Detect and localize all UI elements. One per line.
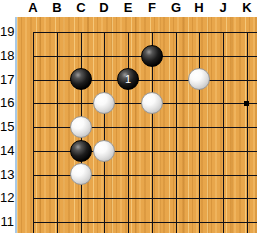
intersection-H15[interactable] <box>187 115 211 139</box>
intersection-F16[interactable] <box>140 91 164 115</box>
intersection-K14[interactable] <box>235 139 257 163</box>
intersection-J19[interactable] <box>211 20 235 44</box>
intersection-K16[interactable] <box>235 91 257 115</box>
intersection-H11[interactable] <box>187 210 211 233</box>
white-stone-H17 <box>188 68 210 90</box>
intersection-A17[interactable] <box>21 68 45 92</box>
intersection-F13[interactable] <box>140 163 164 187</box>
intersection-J17[interactable] <box>211 68 235 92</box>
intersection-G19[interactable] <box>164 20 188 44</box>
intersection-F11[interactable] <box>140 210 164 233</box>
intersection-B18[interactable] <box>45 44 69 68</box>
intersection-C15[interactable] <box>69 115 93 139</box>
intersection-F19[interactable] <box>140 20 164 44</box>
col-label-A: A <box>28 1 37 15</box>
black-stone-F18 <box>141 45 163 67</box>
intersection-H13[interactable] <box>187 163 211 187</box>
intersection-E11[interactable] <box>116 210 140 233</box>
row-label-13: 13 <box>0 168 14 182</box>
intersection-G18[interactable] <box>164 44 188 68</box>
black-stone-C14 <box>70 140 92 162</box>
intersection-A18[interactable] <box>21 44 45 68</box>
white-stone-C15 <box>70 116 92 138</box>
intersection-C13[interactable] <box>69 163 93 187</box>
intersection-B12[interactable] <box>45 186 69 210</box>
intersection-K15[interactable] <box>235 115 257 139</box>
intersection-A19[interactable] <box>21 20 45 44</box>
intersection-F18[interactable] <box>140 44 164 68</box>
col-label-D: D <box>99 1 108 15</box>
intersection-B15[interactable] <box>45 115 69 139</box>
intersection-B14[interactable] <box>45 139 69 163</box>
white-stone-F16 <box>141 92 163 114</box>
intersection-A12[interactable] <box>21 186 45 210</box>
white-stone-D14 <box>93 140 115 162</box>
intersection-H14[interactable] <box>187 139 211 163</box>
intersection-D17[interactable] <box>92 68 116 92</box>
intersection-A14[interactable] <box>21 139 45 163</box>
intersection-E15[interactable] <box>116 115 140 139</box>
row-label-14: 14 <box>0 144 14 158</box>
intersection-B13[interactable] <box>45 163 69 187</box>
intersection-J16[interactable] <box>211 91 235 115</box>
intersection-D18[interactable] <box>92 44 116 68</box>
row-label-15: 15 <box>0 120 14 134</box>
intersection-C12[interactable] <box>69 186 93 210</box>
intersection-H16[interactable] <box>187 91 211 115</box>
intersection-J14[interactable] <box>211 139 235 163</box>
intersection-H17[interactable] <box>187 68 211 92</box>
black-stone-E17: 1 <box>117 68 139 90</box>
white-stone-C13 <box>70 163 92 185</box>
intersection-F12[interactable] <box>140 186 164 210</box>
intersection-H19[interactable] <box>187 20 211 44</box>
intersection-C19[interactable] <box>69 20 93 44</box>
col-label-F: F <box>148 1 156 15</box>
row-label-19: 19 <box>0 25 14 39</box>
intersection-C17[interactable] <box>69 68 93 92</box>
intersection-G15[interactable] <box>164 115 188 139</box>
intersection-C16[interactable] <box>69 91 93 115</box>
intersection-G14[interactable] <box>164 139 188 163</box>
intersection-K19[interactable] <box>235 20 257 44</box>
col-label-K: K <box>242 1 251 15</box>
intersection-K13[interactable] <box>235 163 257 187</box>
intersection-E14[interactable] <box>116 139 140 163</box>
intersection-D12[interactable] <box>92 186 116 210</box>
intersection-G13[interactable] <box>164 163 188 187</box>
white-stone-D16 <box>93 92 115 114</box>
intersection-C11[interactable] <box>69 210 93 233</box>
intersection-D19[interactable] <box>92 20 116 44</box>
intersection-E16[interactable] <box>116 91 140 115</box>
intersection-J13[interactable] <box>211 163 235 187</box>
intersection-F17[interactable] <box>140 68 164 92</box>
intersection-B11[interactable] <box>45 210 69 233</box>
intersection-A15[interactable] <box>21 115 45 139</box>
intersection-K18[interactable] <box>235 44 257 68</box>
intersection-E17[interactable]: 1 <box>116 68 140 92</box>
intersection-D11[interactable] <box>92 210 116 233</box>
intersection-C18[interactable] <box>69 44 93 68</box>
intersection-F15[interactable] <box>140 115 164 139</box>
star-point-K16 <box>244 101 249 106</box>
row-label-18: 18 <box>0 49 14 63</box>
intersection-A13[interactable] <box>21 163 45 187</box>
intersection-B19[interactable] <box>45 20 69 44</box>
col-label-H: H <box>194 1 203 15</box>
intersection-D16[interactable] <box>92 91 116 115</box>
intersection-J11[interactable] <box>211 210 235 233</box>
go-board-diagram: ABCDEFGHJK 191817161514131211 1 <box>0 0 257 233</box>
row-label-16: 16 <box>0 96 14 110</box>
intersection-E13[interactable] <box>116 163 140 187</box>
intersection-B16[interactable] <box>45 91 69 115</box>
intersection-G17[interactable] <box>164 68 188 92</box>
intersection-E12[interactable] <box>116 186 140 210</box>
board-grid: 1 <box>21 20 257 233</box>
intersection-J18[interactable] <box>211 44 235 68</box>
black-stone-C17 <box>70 68 92 90</box>
intersection-D13[interactable] <box>92 163 116 187</box>
col-label-G: G <box>171 1 181 15</box>
intersection-E19[interactable] <box>116 20 140 44</box>
intersection-B17[interactable] <box>45 68 69 92</box>
intersection-A11[interactable] <box>21 210 45 233</box>
intersection-J12[interactable] <box>211 186 235 210</box>
intersection-A16[interactable] <box>21 91 45 115</box>
move-number-label: 1 <box>125 74 131 85</box>
intersection-K17[interactable] <box>235 68 257 92</box>
row-label-17: 17 <box>0 73 14 87</box>
intersection-D15[interactable] <box>92 115 116 139</box>
intersection-F14[interactable] <box>140 139 164 163</box>
col-label-E: E <box>124 1 133 15</box>
intersection-H18[interactable] <box>187 44 211 68</box>
col-label-B: B <box>52 1 61 15</box>
intersection-E18[interactable] <box>116 44 140 68</box>
intersection-K11[interactable] <box>235 210 257 233</box>
intersection-K12[interactable] <box>235 186 257 210</box>
intersection-G12[interactable] <box>164 186 188 210</box>
intersection-J15[interactable] <box>211 115 235 139</box>
col-label-J: J <box>219 1 226 15</box>
intersection-C14[interactable] <box>69 139 93 163</box>
intersection-G11[interactable] <box>164 210 188 233</box>
col-label-C: C <box>76 1 85 15</box>
row-label-11: 11 <box>0 215 14 229</box>
intersection-D14[interactable] <box>92 139 116 163</box>
intersection-G16[interactable] <box>164 91 188 115</box>
intersection-H12[interactable] <box>187 186 211 210</box>
row-label-12: 12 <box>0 191 14 205</box>
